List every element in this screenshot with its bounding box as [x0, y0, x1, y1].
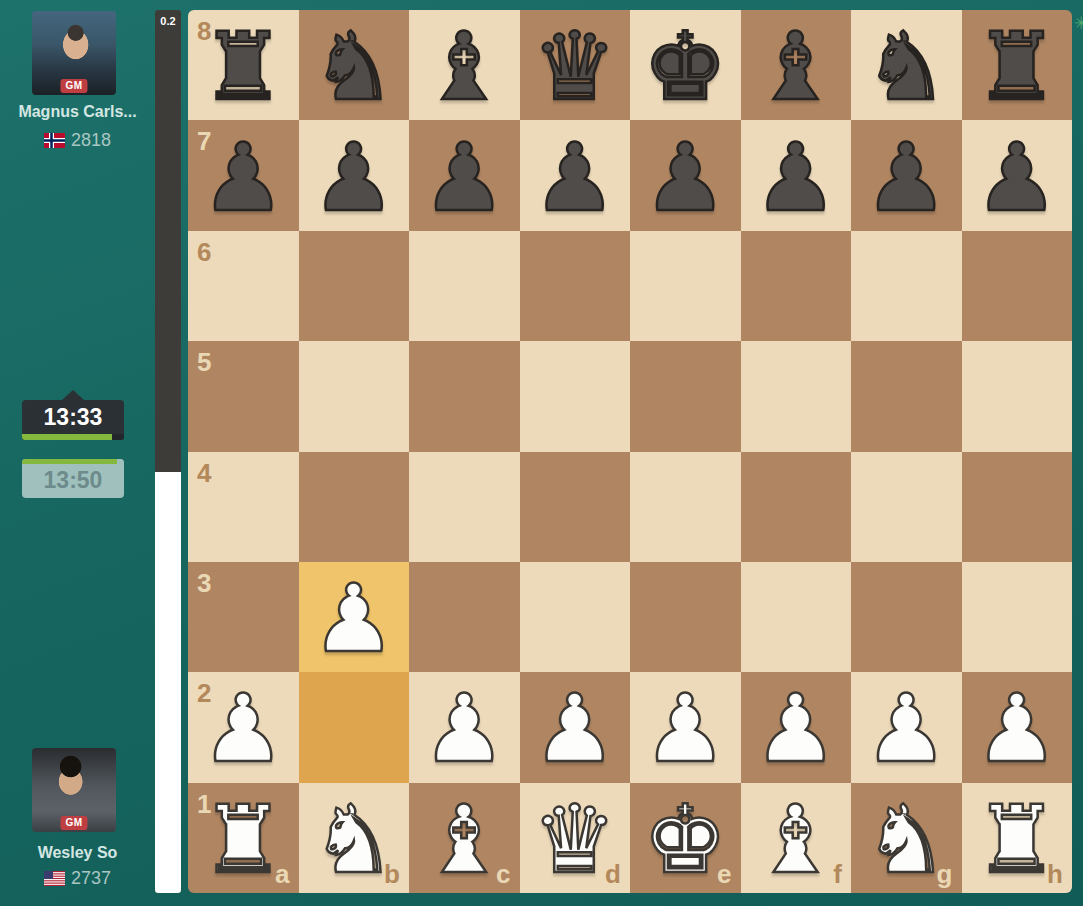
square-e1[interactable]: e♚ [630, 783, 741, 893]
player-photo-top[interactable]: GM [32, 11, 116, 95]
square-g2[interactable]: ♟ [851, 672, 962, 782]
clock-time-top: 13:33 [22, 400, 124, 434]
rating-value-bottom: 2737 [71, 868, 111, 889]
piece-black-pawn[interactable]: ♟ [851, 122, 962, 232]
piece-white-king[interactable]: ♚ [630, 785, 741, 893]
square-g1[interactable]: g♞ [851, 783, 962, 893]
square-f4[interactable] [741, 452, 852, 562]
square-a1[interactable]: 1a♜ [188, 783, 299, 893]
norway-flag-icon [44, 133, 65, 148]
piece-white-rook[interactable]: ♜ [188, 785, 299, 893]
piece-black-knight[interactable]: ♞ [299, 12, 410, 122]
square-h1[interactable]: h♜ [962, 783, 1073, 893]
square-f5[interactable] [741, 341, 852, 451]
square-c1[interactable]: c♝ [409, 783, 520, 893]
piece-white-bishop[interactable]: ♝ [409, 785, 520, 893]
evaluation-value: 0.2 [155, 15, 181, 27]
square-d8[interactable]: ♛ [520, 10, 631, 120]
square-d4[interactable] [520, 452, 631, 562]
square-b6[interactable] [299, 231, 410, 341]
square-d3[interactable] [520, 562, 631, 672]
player-photo-bottom[interactable]: GM [32, 748, 116, 832]
piece-white-pawn[interactable]: ♟ [188, 674, 299, 784]
clipped-star-icon[interactable]: ✳ [1074, 13, 1083, 34]
piece-black-knight[interactable]: ♞ [851, 12, 962, 122]
piece-white-rook[interactable]: ♜ [962, 785, 1073, 893]
player-name-bottom[interactable]: Wesley So [0, 844, 155, 862]
piece-white-knight[interactable]: ♞ [299, 785, 410, 893]
square-g7[interactable]: ♟ [851, 120, 962, 230]
clock-time-bottom: 13:50 [22, 464, 124, 498]
piece-black-queen[interactable]: ♛ [520, 12, 631, 122]
square-c3[interactable] [409, 562, 520, 672]
piece-black-rook[interactable]: ♜ [188, 12, 299, 122]
sidebar: GM Magnus Carls... 2818 13:33 13:50 GM W… [0, 0, 155, 906]
rank-label-4: 4 [197, 460, 211, 486]
square-h6[interactable] [962, 231, 1073, 341]
square-c5[interactable] [409, 341, 520, 451]
rank-label-3: 3 [197, 570, 211, 596]
clock-progress-top [22, 434, 124, 440]
square-d6[interactable] [520, 231, 631, 341]
square-h2[interactable]: ♟ [962, 672, 1073, 782]
usa-flag-icon [44, 871, 65, 886]
square-e6[interactable] [630, 231, 741, 341]
square-h3[interactable] [962, 562, 1073, 672]
piece-white-pawn[interactable]: ♟ [851, 674, 962, 784]
square-e2[interactable]: ♟ [630, 672, 741, 782]
square-a2[interactable]: 2♟ [188, 672, 299, 782]
player-rating-bottom: 2737 [0, 868, 155, 889]
evaluation-bar: 0.2 [155, 10, 181, 893]
piece-black-bishop[interactable]: ♝ [741, 12, 852, 122]
square-a5[interactable]: 5 [188, 341, 299, 451]
square-e7[interactable]: ♟ [630, 120, 741, 230]
square-g8[interactable]: ♞ [851, 10, 962, 120]
piece-black-pawn[interactable]: ♟ [630, 122, 741, 232]
square-b5[interactable] [299, 341, 410, 451]
piece-black-pawn[interactable]: ♟ [299, 122, 410, 232]
evaluation-white-portion [155, 472, 181, 893]
piece-white-pawn[interactable]: ♟ [409, 674, 520, 784]
piece-white-pawn[interactable]: ♟ [962, 674, 1073, 784]
square-a4[interactable]: 4 [188, 452, 299, 562]
piece-white-queen[interactable]: ♛ [520, 785, 631, 893]
piece-white-pawn[interactable]: ♟ [520, 674, 631, 784]
player-name-top[interactable]: Magnus Carls... [0, 103, 155, 121]
square-g3[interactable] [851, 562, 962, 672]
square-e8[interactable]: ♚ [630, 10, 741, 120]
square-e4[interactable] [630, 452, 741, 562]
square-d1[interactable]: d♛ [520, 783, 631, 893]
square-h4[interactable] [962, 452, 1073, 562]
square-a8[interactable]: 8♜ [188, 10, 299, 120]
square-h5[interactable] [962, 341, 1073, 451]
rank-label-5: 5 [197, 349, 211, 375]
square-b3[interactable]: ♟ [299, 562, 410, 672]
square-c2[interactable]: ♟ [409, 672, 520, 782]
piece-white-pawn[interactable]: ♟ [741, 674, 852, 784]
piece-black-pawn[interactable]: ♟ [962, 122, 1073, 232]
piece-black-pawn[interactable]: ♟ [520, 122, 631, 232]
piece-black-king[interactable]: ♚ [630, 12, 741, 122]
piece-white-pawn[interactable]: ♟ [630, 674, 741, 784]
square-f3[interactable] [741, 562, 852, 672]
piece-black-rook[interactable]: ♜ [962, 12, 1073, 122]
square-e5[interactable] [630, 341, 741, 451]
player-rating-top: 2818 [0, 130, 155, 151]
square-a6[interactable]: 6 [188, 231, 299, 341]
square-b4[interactable] [299, 452, 410, 562]
square-g4[interactable] [851, 452, 962, 562]
gm-title-badge: GM [60, 79, 87, 93]
active-clock-pointer-icon [62, 390, 84, 400]
square-c7[interactable]: ♟ [409, 120, 520, 230]
square-d2[interactable]: ♟ [520, 672, 631, 782]
rating-value-top: 2818 [71, 130, 111, 151]
square-b7[interactable]: ♟ [299, 120, 410, 230]
piece-black-pawn[interactable]: ♟ [741, 122, 852, 232]
square-a3[interactable]: 3 [188, 562, 299, 672]
square-b2[interactable] [299, 672, 410, 782]
rank-label-6: 6 [197, 239, 211, 265]
clock-bottom: 13:50 [22, 459, 124, 498]
square-f7[interactable]: ♟ [741, 120, 852, 230]
piece-black-bishop[interactable]: ♝ [409, 12, 520, 122]
square-h7[interactable]: ♟ [962, 120, 1073, 230]
square-g5[interactable] [851, 341, 962, 451]
square-d5[interactable] [520, 341, 631, 451]
square-g6[interactable] [851, 231, 962, 341]
square-e3[interactable] [630, 562, 741, 672]
square-c4[interactable] [409, 452, 520, 562]
gm-title-badge: GM [60, 816, 87, 830]
square-c6[interactable] [409, 231, 520, 341]
piece-white-bishop[interactable]: ♝ [741, 785, 852, 893]
chess-board[interactable]: 8♜♞♝♛♚♝♞♜7♟♟♟♟♟♟♟♟6543♟2♟♟♟♟♟♟♟1a♜b♞c♝d♛… [188, 10, 1072, 893]
square-f8[interactable]: ♝ [741, 10, 852, 120]
square-f6[interactable] [741, 231, 852, 341]
square-f1[interactable]: f♝ [741, 783, 852, 893]
square-c8[interactable]: ♝ [409, 10, 520, 120]
piece-black-pawn[interactable]: ♟ [409, 122, 520, 232]
piece-black-pawn[interactable]: ♟ [188, 122, 299, 232]
square-b8[interactable]: ♞ [299, 10, 410, 120]
square-a7[interactable]: 7♟ [188, 120, 299, 230]
square-f2[interactable]: ♟ [741, 672, 852, 782]
piece-white-pawn[interactable]: ♟ [299, 564, 410, 674]
clock-stack: 13:33 13:50 [22, 390, 124, 498]
piece-white-knight[interactable]: ♞ [851, 785, 962, 893]
square-d7[interactable]: ♟ [520, 120, 631, 230]
square-b1[interactable]: b♞ [299, 783, 410, 893]
square-h8[interactable]: ♜ [962, 10, 1073, 120]
clock-top: 13:33 [22, 400, 124, 440]
